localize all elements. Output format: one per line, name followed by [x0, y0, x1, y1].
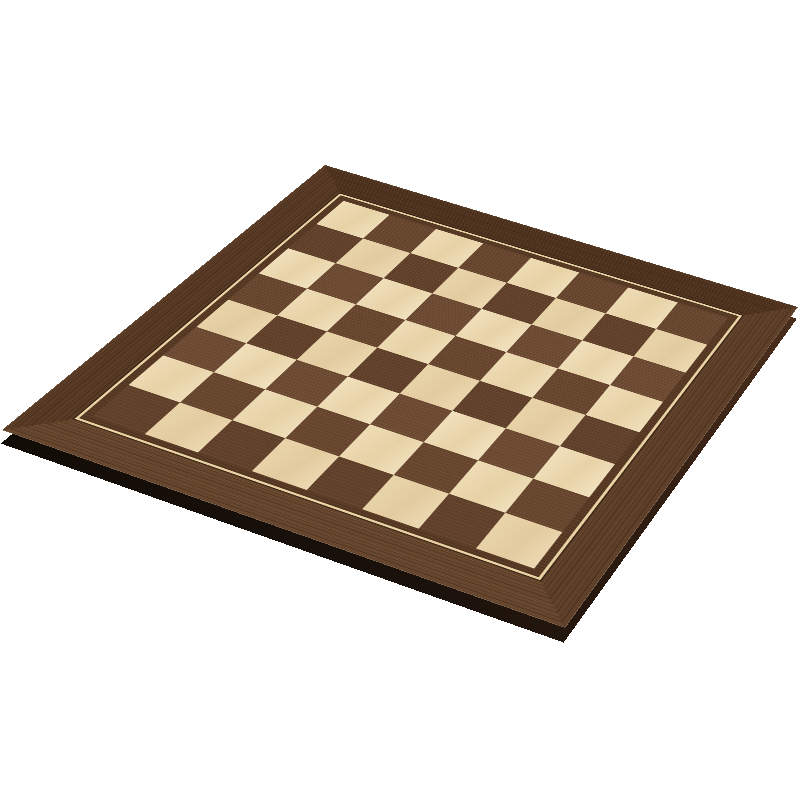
- chessboard: [2, 165, 798, 628]
- product-photo-background: [0, 0, 800, 800]
